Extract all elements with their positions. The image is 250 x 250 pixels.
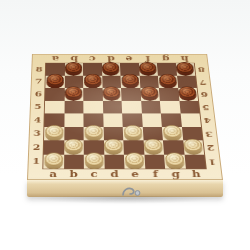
light-piece-f2	[143, 140, 164, 154]
square-g7	[158, 75, 178, 87]
light-piece-e1	[124, 154, 145, 168]
coordinate-label: h	[185, 169, 207, 180]
light-piece-d2	[103, 140, 123, 154]
dark-piece-d6	[102, 88, 121, 101]
square-f4	[141, 113, 161, 126]
square-f6	[140, 88, 160, 101]
coordinate-label: a	[46, 55, 65, 64]
light-piece-g3	[162, 127, 183, 141]
coordinate-label: h	[175, 55, 194, 64]
dark-piece-h8	[175, 63, 195, 75]
square-f2	[143, 140, 164, 154]
piece-side	[176, 65, 194, 76]
coordinate-label: 7	[32, 75, 46, 87]
piece-side	[84, 77, 102, 88]
square-a7	[45, 75, 64, 87]
piece-top	[65, 86, 83, 98]
square-e1	[124, 154, 145, 168]
latch-icon	[121, 185, 143, 198]
square-b1	[64, 154, 84, 168]
piece-side	[46, 77, 64, 88]
coordinate-label: 7	[195, 75, 210, 87]
piece-top	[125, 153, 144, 166]
square-c8	[83, 63, 102, 75]
piece-top	[178, 86, 197, 98]
piece-top	[104, 139, 123, 152]
square-f1	[144, 154, 165, 168]
square-e8	[120, 63, 139, 75]
light-piece-c1	[84, 154, 104, 168]
square-b2	[64, 140, 84, 154]
square-b7	[64, 75, 83, 87]
piece-side	[144, 142, 163, 155]
square-b8	[64, 63, 83, 75]
square-b4	[64, 113, 84, 126]
square-f8	[138, 63, 157, 75]
piece-side	[102, 65, 120, 76]
checkers-board: abcdefgh abcdefgh 87654321 87654321	[27, 54, 223, 180]
square-d8	[101, 63, 120, 75]
coordinate-label: 2	[203, 140, 219, 154]
piece-shadow	[84, 158, 104, 170]
square-e5	[122, 100, 142, 113]
square-h3	[181, 127, 202, 141]
piece-top	[144, 139, 163, 152]
square-e3	[123, 127, 143, 141]
piece-side	[139, 65, 157, 76]
dark-piece-c7	[83, 75, 102, 87]
square-b3	[64, 127, 84, 141]
square-a2	[44, 140, 64, 154]
square-g1	[164, 154, 185, 168]
coordinate-label: 6	[31, 88, 45, 101]
piece-top	[45, 125, 63, 137]
square-c7	[83, 75, 102, 87]
piece-side	[165, 156, 185, 169]
square-c3	[84, 127, 104, 141]
light-piece-a3	[44, 127, 64, 141]
dark-piece-g7	[158, 75, 178, 87]
board-grid	[43, 63, 205, 168]
coordinate-label: f	[145, 169, 166, 180]
piece-side	[103, 89, 121, 101]
square-e7	[120, 75, 139, 87]
square-c1	[84, 154, 104, 168]
square-c4	[83, 113, 103, 126]
piece-top	[163, 125, 182, 137]
piece-top	[141, 86, 159, 98]
square-a6	[45, 88, 64, 101]
piece-side	[65, 142, 83, 155]
piece-top	[44, 153, 63, 166]
square-g3	[162, 127, 183, 141]
coordinate-label: 2	[29, 140, 44, 154]
checkers-set-photo: abcdefgh abcdefgh 87654321 87654321	[0, 0, 250, 250]
square-d4	[103, 113, 123, 126]
square-e2	[123, 140, 144, 154]
square-b6	[64, 88, 83, 101]
light-piece-b2	[64, 140, 84, 154]
square-a3	[44, 127, 64, 141]
coordinate-label: d	[104, 169, 125, 180]
square-g6	[159, 88, 179, 101]
piece-top	[65, 62, 82, 73]
piece-top	[165, 153, 185, 166]
square-a4	[44, 113, 64, 126]
piece-side	[121, 77, 139, 88]
piece-top	[103, 86, 121, 98]
square-d6	[102, 88, 121, 101]
square-g8	[157, 63, 177, 75]
square-d7	[102, 75, 121, 87]
light-piece-e3	[123, 127, 143, 141]
piece-top	[84, 125, 102, 137]
coordinate-label: d	[101, 55, 120, 64]
dark-piece-f6	[140, 88, 160, 101]
piece-top	[176, 62, 194, 73]
square-d3	[103, 127, 123, 141]
piece-side	[65, 65, 82, 76]
piece-side	[44, 156, 63, 169]
square-e4	[122, 113, 142, 126]
square-g4	[161, 113, 182, 126]
coordinate-label: 3	[30, 127, 45, 141]
piece-side	[184, 142, 204, 155]
square-b5	[64, 100, 83, 113]
coordinate-label: 1	[28, 154, 43, 168]
coordinate-label: c	[84, 169, 105, 180]
piece-top	[183, 139, 203, 152]
dark-piece-d8	[101, 63, 120, 75]
coordinate-label: a	[43, 169, 64, 180]
piece-top	[123, 125, 142, 137]
piece-side	[84, 128, 102, 141]
square-g2	[163, 140, 184, 154]
square-d2	[103, 140, 123, 154]
coordinate-label: b	[65, 55, 83, 64]
square-h2	[183, 140, 204, 154]
square-a1	[43, 154, 63, 168]
coordinate-label: 1	[204, 154, 220, 168]
square-f7	[139, 75, 159, 87]
coordinate-label: b	[64, 169, 84, 180]
piece-side	[179, 89, 198, 101]
square-h4	[180, 113, 201, 126]
piece-side	[85, 156, 104, 169]
light-piece-a1	[43, 154, 63, 168]
piece-side	[104, 142, 123, 155]
piece-shadow	[124, 158, 145, 170]
light-piece-c3	[84, 127, 104, 141]
square-h6	[178, 88, 198, 101]
dark-piece-h6	[178, 88, 198, 101]
square-f3	[142, 127, 163, 141]
square-f5	[141, 100, 161, 113]
square-h1	[184, 154, 206, 168]
square-a5	[45, 100, 64, 113]
square-g5	[160, 100, 180, 113]
piece-top	[65, 139, 83, 152]
square-d1	[104, 154, 125, 168]
dark-piece-b8	[64, 63, 83, 75]
coordinate-label: g	[165, 169, 186, 180]
square-h8	[175, 63, 195, 75]
piece-side	[141, 89, 159, 101]
coordinate-label: g	[156, 55, 175, 64]
piece-side	[124, 128, 143, 141]
coordinate-label: 8	[194, 63, 209, 75]
coordinate-label: f	[138, 55, 157, 64]
dark-piece-f8	[138, 63, 157, 75]
piece-top	[121, 74, 139, 85]
dark-piece-e7	[120, 75, 139, 87]
piece-top	[139, 62, 157, 73]
square-d5	[102, 100, 122, 113]
board-scene: abcdefgh abcdefgh 87654321 87654321	[0, 0, 250, 250]
coordinate-label: e	[125, 169, 146, 180]
piece-side	[45, 128, 63, 141]
piece-side	[65, 89, 83, 101]
square-c5	[83, 100, 102, 113]
coordinate-label: c	[83, 55, 102, 64]
piece-top	[46, 74, 63, 85]
piece-shadow	[44, 158, 64, 170]
light-piece-h2	[183, 140, 204, 154]
square-e6	[121, 88, 141, 101]
file-labels-top: abcdefgh	[46, 55, 194, 64]
coordinate-label: 5	[198, 100, 214, 113]
coordinate-label: 4	[30, 113, 45, 126]
coordinate-label: 6	[197, 88, 212, 101]
coordinate-label: e	[120, 55, 139, 64]
piece-side	[163, 128, 182, 141]
coordinate-label: 3	[201, 127, 217, 141]
dark-piece-b6	[64, 88, 83, 101]
piece-top	[102, 62, 119, 73]
square-c6	[83, 88, 102, 101]
square-h7	[177, 75, 197, 87]
square-c2	[84, 140, 104, 154]
piece-top	[158, 74, 176, 85]
coordinate-label: 5	[31, 100, 45, 113]
coordinate-label: 4	[200, 113, 216, 126]
piece-shadow	[165, 158, 186, 170]
dark-piece-a7	[45, 75, 64, 87]
light-piece-g1	[164, 154, 185, 168]
piece-side	[159, 77, 177, 88]
piece-side	[125, 156, 144, 169]
piece-top	[84, 74, 101, 85]
square-a8	[46, 63, 65, 75]
square-h5	[179, 100, 200, 113]
coordinate-label: 8	[32, 63, 46, 75]
piece-top	[85, 153, 104, 166]
file-labels-bottom: abcdefgh	[43, 169, 207, 180]
